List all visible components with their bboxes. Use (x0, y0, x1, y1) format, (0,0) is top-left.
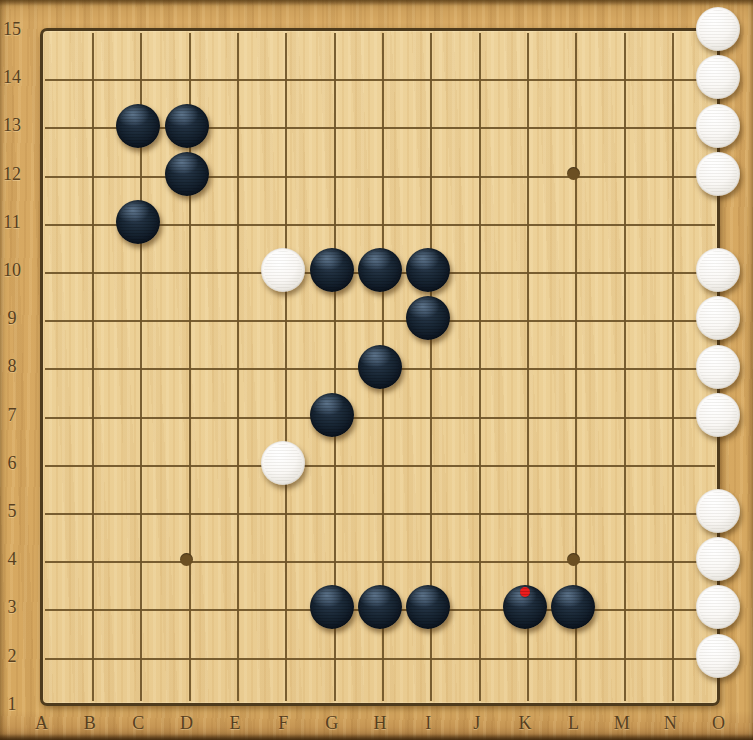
white-stone-O10: ○ (696, 248, 740, 292)
intersection-O7[interactable]: ○ (694, 391, 742, 439)
intersection-K6[interactable] (501, 439, 549, 487)
intersection-M13[interactable] (598, 101, 646, 149)
black-stone-K3: ● (503, 585, 547, 629)
intersection-H14[interactable] (356, 53, 404, 101)
intersection-G2[interactable] (307, 632, 355, 680)
intersection-H8[interactable]: ● (356, 342, 404, 390)
intersection-I13[interactable] (404, 101, 452, 149)
intersection-A6[interactable] (17, 439, 65, 487)
intersection-I10[interactable]: ● (404, 246, 452, 294)
intersection-J7[interactable] (452, 391, 500, 439)
column-label-A: A (18, 713, 66, 733)
black-stone-L3: ● (551, 585, 595, 629)
intersection-L9[interactable] (549, 294, 597, 342)
intersection-J10[interactable] (452, 246, 500, 294)
intersection-M12[interactable] (598, 150, 646, 198)
intersection-N15[interactable] (646, 5, 694, 53)
row-label-8: 8 (0, 356, 24, 376)
intersection-M7[interactable] (598, 391, 646, 439)
white-stone-O7: ○ (696, 393, 740, 437)
intersection-I14[interactable] (404, 53, 452, 101)
intersection-C9[interactable] (114, 294, 162, 342)
intersection-E9[interactable] (211, 294, 259, 342)
intersection-I15[interactable] (404, 5, 452, 53)
intersection-D8[interactable] (162, 342, 210, 390)
intersection-G8[interactable] (307, 342, 355, 390)
intersection-H3[interactable]: ● (356, 583, 404, 631)
intersection-O15[interactable]: ○ (694, 5, 742, 53)
row-label-10: 10 (0, 260, 24, 280)
row-label-9: 9 (0, 308, 24, 328)
column-label-C: C (114, 713, 162, 733)
intersection-D6[interactable] (162, 439, 210, 487)
intersection-A7[interactable] (17, 391, 65, 439)
white-stone-O14: ○ (696, 55, 740, 99)
white-stone-O9: ○ (696, 296, 740, 340)
intersection-G15[interactable] (307, 5, 355, 53)
board-intersections: ○○●●○●○●○●●●○●○●○●○○○○●●●●●○○ (17, 5, 742, 728)
black-stone-I3: ● (406, 585, 450, 629)
intersection-D4[interactable] (162, 535, 210, 583)
column-label-N: N (646, 713, 694, 733)
intersection-K3[interactable]: ● (501, 583, 549, 631)
intersection-F9[interactable] (259, 294, 307, 342)
column-label-D: D (163, 713, 211, 733)
intersection-M15[interactable] (598, 5, 646, 53)
row-label-2: 2 (0, 646, 24, 666)
intersection-B8[interactable] (66, 342, 114, 390)
intersection-C7[interactable] (114, 391, 162, 439)
intersection-D7[interactable] (162, 391, 210, 439)
intersection-F12[interactable] (259, 150, 307, 198)
intersection-N3[interactable] (646, 583, 694, 631)
intersection-B4[interactable] (66, 535, 114, 583)
intersection-A15[interactable] (17, 5, 65, 53)
intersection-N9[interactable] (646, 294, 694, 342)
column-label-F: F (259, 713, 307, 733)
intersection-O9[interactable]: ○ (694, 294, 742, 342)
column-label-M: M (598, 713, 646, 733)
intersection-O4[interactable]: ○ (694, 535, 742, 583)
intersection-I7[interactable] (404, 391, 452, 439)
row-label-1: 1 (0, 694, 24, 714)
intersection-D2[interactable] (162, 632, 210, 680)
intersection-B13[interactable] (66, 101, 114, 149)
intersection-C11[interactable]: ● (114, 198, 162, 246)
intersection-E3[interactable] (211, 583, 259, 631)
intersection-K4[interactable] (501, 535, 549, 583)
intersection-K8[interactable] (501, 342, 549, 390)
intersection-L15[interactable] (549, 5, 597, 53)
intersection-B7[interactable] (66, 391, 114, 439)
column-label-B: B (66, 713, 114, 733)
row-label-3: 3 (0, 597, 24, 617)
intersection-G3[interactable]: ● (307, 583, 355, 631)
intersection-G12[interactable] (307, 150, 355, 198)
intersection-K10[interactable] (501, 246, 549, 294)
intersection-E15[interactable] (211, 5, 259, 53)
intersection-E7[interactable] (211, 391, 259, 439)
intersection-D14[interactable] (162, 53, 210, 101)
board-bottom-edge (0, 734, 753, 740)
intersection-F4[interactable] (259, 535, 307, 583)
intersection-L14[interactable] (549, 53, 597, 101)
intersection-C10[interactable] (114, 246, 162, 294)
row-label-13: 13 (0, 115, 24, 135)
intersection-L10[interactable] (549, 246, 597, 294)
white-stone-F6: ○ (261, 441, 305, 485)
intersection-M4[interactable] (598, 535, 646, 583)
intersection-M10[interactable] (598, 246, 646, 294)
intersection-J12[interactable] (452, 150, 500, 198)
intersection-B3[interactable] (66, 583, 114, 631)
column-label-O: O (694, 713, 742, 733)
intersection-O14[interactable]: ○ (694, 53, 742, 101)
intersection-B11[interactable] (66, 198, 114, 246)
intersection-C14[interactable] (114, 53, 162, 101)
intersection-E10[interactable] (211, 246, 259, 294)
intersection-D3[interactable] (162, 583, 210, 631)
intersection-E14[interactable] (211, 53, 259, 101)
intersection-D9[interactable] (162, 294, 210, 342)
column-label-K: K (501, 713, 549, 733)
intersection-A12[interactable] (17, 150, 65, 198)
intersection-L3[interactable]: ● (549, 583, 597, 631)
intersection-M9[interactable] (598, 294, 646, 342)
intersection-A2[interactable] (17, 632, 65, 680)
intersection-F13[interactable] (259, 101, 307, 149)
intersection-C15[interactable] (114, 5, 162, 53)
intersection-G14[interactable] (307, 53, 355, 101)
intersection-N7[interactable] (646, 391, 694, 439)
row-label-15: 15 (0, 19, 24, 39)
black-stone-I9: ● (406, 296, 450, 340)
intersection-O6[interactable] (694, 439, 742, 487)
intersection-H15[interactable] (356, 5, 404, 53)
white-stone-O4: ○ (696, 537, 740, 581)
last-move-marker (520, 587, 530, 597)
intersection-F14[interactable] (259, 53, 307, 101)
row-label-6: 6 (0, 453, 24, 473)
intersection-G6[interactable] (307, 439, 355, 487)
intersection-C13[interactable]: ● (114, 101, 162, 149)
intersection-F3[interactable] (259, 583, 307, 631)
intersection-K13[interactable] (501, 101, 549, 149)
intersection-K11[interactable] (501, 198, 549, 246)
intersection-K14[interactable] (501, 53, 549, 101)
column-label-G: G (308, 713, 356, 733)
intersection-M6[interactable] (598, 439, 646, 487)
intersection-F8[interactable] (259, 342, 307, 390)
intersection-A8[interactable] (17, 342, 65, 390)
intersection-H9[interactable] (356, 294, 404, 342)
intersection-L8[interactable] (549, 342, 597, 390)
intersection-D15[interactable] (162, 5, 210, 53)
intersection-J6[interactable] (452, 439, 500, 487)
intersection-B6[interactable] (66, 439, 114, 487)
intersection-O5[interactable]: ○ (694, 487, 742, 535)
intersection-J14[interactable] (452, 53, 500, 101)
intersection-K9[interactable] (501, 294, 549, 342)
intersection-G5[interactable] (307, 487, 355, 535)
intersection-B10[interactable] (66, 246, 114, 294)
column-label-I: I (404, 713, 452, 733)
column-label-L: L (549, 713, 597, 733)
row-label-7: 7 (0, 405, 24, 425)
white-stone-O15: ○ (696, 7, 740, 51)
intersection-B9[interactable] (66, 294, 114, 342)
intersection-B14[interactable] (66, 53, 114, 101)
white-stone-F10: ○ (261, 248, 305, 292)
intersection-M11[interactable] (598, 198, 646, 246)
intersection-F10[interactable]: ○ (259, 246, 307, 294)
black-stone-H10: ● (358, 248, 402, 292)
intersection-L12[interactable] (549, 150, 597, 198)
intersection-K7[interactable] (501, 391, 549, 439)
intersection-G4[interactable] (307, 535, 355, 583)
intersection-E4[interactable] (211, 535, 259, 583)
intersection-O13[interactable]: ○ (694, 101, 742, 149)
intersection-L2[interactable] (549, 632, 597, 680)
white-stone-O12: ○ (696, 152, 740, 196)
intersection-C8[interactable] (114, 342, 162, 390)
intersection-L4[interactable] (549, 535, 597, 583)
white-stone-O8: ○ (696, 345, 740, 389)
intersection-I3[interactable]: ● (404, 583, 452, 631)
intersection-A9[interactable] (17, 294, 65, 342)
intersection-G9[interactable] (307, 294, 355, 342)
intersection-H4[interactable] (356, 535, 404, 583)
intersection-G10[interactable]: ● (307, 246, 355, 294)
black-stone-G3: ● (310, 585, 354, 629)
intersection-H12[interactable] (356, 150, 404, 198)
intersection-E2[interactable] (211, 632, 259, 680)
white-stone-O13: ○ (696, 104, 740, 148)
black-stone-G7: ● (310, 393, 354, 437)
intersection-O2[interactable]: ○ (694, 632, 742, 680)
intersection-G13[interactable] (307, 101, 355, 149)
intersection-J5[interactable] (452, 487, 500, 535)
intersection-L11[interactable] (549, 198, 597, 246)
intersection-N10[interactable] (646, 246, 694, 294)
intersection-B5[interactable] (66, 487, 114, 535)
black-stone-D13: ● (165, 104, 209, 148)
intersection-I2[interactable] (404, 632, 452, 680)
intersection-I11[interactable] (404, 198, 452, 246)
black-stone-C13: ● (116, 104, 160, 148)
intersection-I6[interactable] (404, 439, 452, 487)
intersection-O8[interactable]: ○ (694, 342, 742, 390)
intersection-I12[interactable] (404, 150, 452, 198)
intersection-N14[interactable] (646, 53, 694, 101)
intersection-H11[interactable] (356, 198, 404, 246)
intersection-M8[interactable] (598, 342, 646, 390)
black-stone-C11: ● (116, 200, 160, 244)
intersection-N2[interactable] (646, 632, 694, 680)
intersection-H7[interactable] (356, 391, 404, 439)
intersection-K12[interactable] (501, 150, 549, 198)
intersection-N12[interactable] (646, 150, 694, 198)
row-label-14: 14 (0, 67, 24, 87)
intersection-F15[interactable] (259, 5, 307, 53)
intersection-C5[interactable] (114, 487, 162, 535)
intersection-F5[interactable] (259, 487, 307, 535)
column-label-J: J (453, 713, 501, 733)
intersection-J13[interactable] (452, 101, 500, 149)
black-stone-G10: ● (310, 248, 354, 292)
intersection-A14[interactable] (17, 53, 65, 101)
intersection-D10[interactable] (162, 246, 210, 294)
column-label-E: E (211, 713, 259, 733)
intersection-B15[interactable] (66, 5, 114, 53)
intersection-E13[interactable] (211, 101, 259, 149)
black-stone-I10: ● (406, 248, 450, 292)
column-label-H: H (356, 713, 404, 733)
intersection-D12[interactable]: ● (162, 150, 210, 198)
intersection-I8[interactable] (404, 342, 452, 390)
intersection-N5[interactable] (646, 487, 694, 535)
intersection-K5[interactable] (501, 487, 549, 535)
white-stone-O3: ○ (696, 585, 740, 629)
intersection-M2[interactable] (598, 632, 646, 680)
intersection-E12[interactable] (211, 150, 259, 198)
intersection-E11[interactable] (211, 198, 259, 246)
intersection-L6[interactable] (549, 439, 597, 487)
intersection-F7[interactable] (259, 391, 307, 439)
intersection-N4[interactable] (646, 535, 694, 583)
intersection-O3[interactable]: ○ (694, 583, 742, 631)
intersection-C2[interactable] (114, 632, 162, 680)
black-stone-H8: ● (358, 345, 402, 389)
intersection-H2[interactable] (356, 632, 404, 680)
intersection-J4[interactable] (452, 535, 500, 583)
intersection-J15[interactable] (452, 5, 500, 53)
intersection-H5[interactable] (356, 487, 404, 535)
intersection-N11[interactable] (646, 198, 694, 246)
intersection-C12[interactable] (114, 150, 162, 198)
intersection-K15[interactable] (501, 5, 549, 53)
intersection-M14[interactable] (598, 53, 646, 101)
intersection-K2[interactable] (501, 632, 549, 680)
intersection-L7[interactable] (549, 391, 597, 439)
intersection-E6[interactable] (211, 439, 259, 487)
white-stone-O5: ○ (696, 489, 740, 533)
row-label-4: 4 (0, 549, 24, 569)
intersection-M5[interactable] (598, 487, 646, 535)
intersection-C3[interactable] (114, 583, 162, 631)
row-label-5: 5 (0, 501, 24, 521)
intersection-I9[interactable]: ● (404, 294, 452, 342)
intersection-H10[interactable]: ● (356, 246, 404, 294)
intersection-B2[interactable] (66, 632, 114, 680)
intersection-E8[interactable] (211, 342, 259, 390)
intersection-A3[interactable] (17, 583, 65, 631)
row-label-11: 11 (0, 212, 24, 232)
intersection-A13[interactable] (17, 101, 65, 149)
intersection-O11[interactable] (694, 198, 742, 246)
black-stone-H3: ● (358, 585, 402, 629)
intersection-H6[interactable] (356, 439, 404, 487)
row-label-12: 12 (0, 164, 24, 184)
intersection-F2[interactable] (259, 632, 307, 680)
intersection-J8[interactable] (452, 342, 500, 390)
intersection-H13[interactable] (356, 101, 404, 149)
intersection-N6[interactable] (646, 439, 694, 487)
intersection-G7[interactable]: ● (307, 391, 355, 439)
intersection-J3[interactable] (452, 583, 500, 631)
intersection-N8[interactable] (646, 342, 694, 390)
intersection-D13[interactable]: ● (162, 101, 210, 149)
intersection-M3[interactable] (598, 583, 646, 631)
intersection-I4[interactable] (404, 535, 452, 583)
white-stone-O2: ○ (696, 634, 740, 678)
intersection-N13[interactable] (646, 101, 694, 149)
intersection-A10[interactable] (17, 246, 65, 294)
intersection-L13[interactable] (549, 101, 597, 149)
intersection-F11[interactable] (259, 198, 307, 246)
intersection-L5[interactable] (549, 487, 597, 535)
intersection-O12[interactable]: ○ (694, 150, 742, 198)
intersection-I5[interactable] (404, 487, 452, 535)
intersection-D11[interactable] (162, 198, 210, 246)
goban-board: ○○●●○●○●○●●●○●○●○●○○○○●●●●●○○ 1514131211… (0, 0, 753, 740)
intersection-J9[interactable] (452, 294, 500, 342)
intersection-A5[interactable] (17, 487, 65, 535)
intersection-A11[interactable] (17, 198, 65, 246)
intersection-G11[interactable] (307, 198, 355, 246)
intersection-D5[interactable] (162, 487, 210, 535)
intersection-J2[interactable] (452, 632, 500, 680)
intersection-C6[interactable] (114, 439, 162, 487)
intersection-F6[interactable]: ○ (259, 439, 307, 487)
intersection-B12[interactable] (66, 150, 114, 198)
intersection-O10[interactable]: ○ (694, 246, 742, 294)
black-stone-D12: ● (165, 152, 209, 196)
intersection-E5[interactable] (211, 487, 259, 535)
intersection-C4[interactable] (114, 535, 162, 583)
intersection-J11[interactable] (452, 198, 500, 246)
intersection-A4[interactable] (17, 535, 65, 583)
